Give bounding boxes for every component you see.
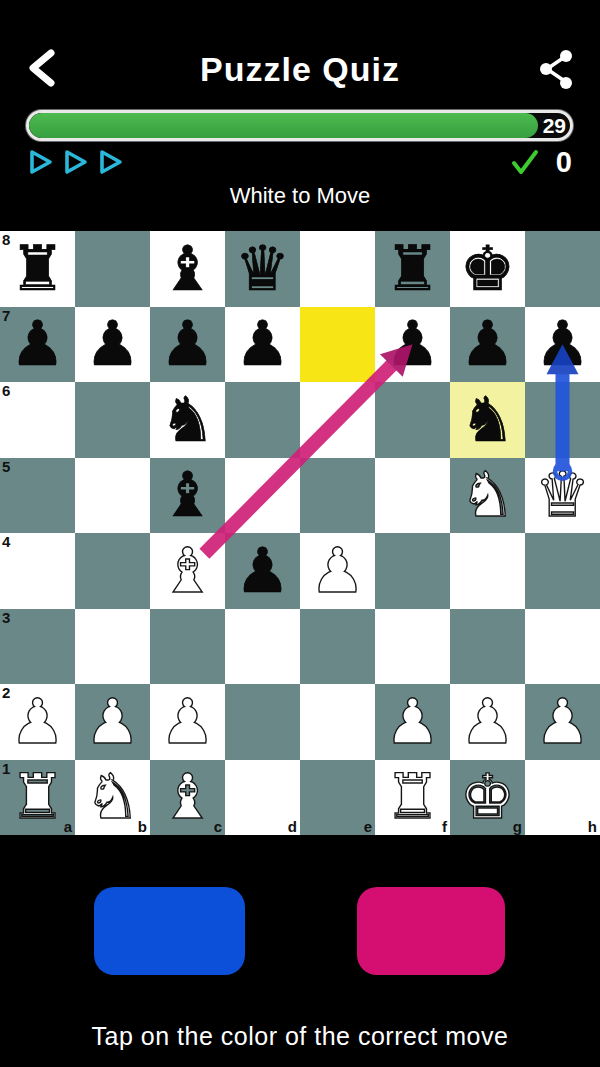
piece-bP-d7: ♟ bbox=[225, 307, 300, 383]
square-e8[interactable] bbox=[300, 231, 375, 307]
square-f3[interactable] bbox=[375, 609, 450, 685]
piece-bP-b7: ♟ bbox=[75, 307, 150, 383]
square-c6[interactable]: ♞ bbox=[150, 382, 225, 458]
piece-wP-b2: ♟ bbox=[75, 684, 150, 760]
square-h5[interactable]: ♛ bbox=[525, 458, 600, 534]
square-a8[interactable]: 8♜ bbox=[0, 231, 75, 307]
piece-wP-a2: ♟ bbox=[0, 684, 75, 760]
piece-wP-f2: ♟ bbox=[375, 684, 450, 760]
square-e2[interactable] bbox=[300, 684, 375, 760]
piece-bP-f7: ♟ bbox=[375, 307, 450, 383]
square-e3[interactable] bbox=[300, 609, 375, 685]
square-d1[interactable]: d bbox=[225, 760, 300, 836]
square-c4[interactable]: ♝ bbox=[150, 533, 225, 609]
piece-bB-c5: ♝ bbox=[150, 458, 225, 534]
piece-bN-g6: ♞ bbox=[450, 382, 525, 458]
square-a1[interactable]: 1a♜ bbox=[0, 760, 75, 836]
play-triangle-icon bbox=[28, 146, 54, 178]
square-b2[interactable]: ♟ bbox=[75, 684, 150, 760]
square-c5[interactable]: ♝ bbox=[150, 458, 225, 534]
piece-wN-b1: ♞ bbox=[75, 760, 150, 836]
square-g2[interactable]: ♟ bbox=[450, 684, 525, 760]
answer-button-blue[interactable] bbox=[94, 887, 245, 975]
file-label: b bbox=[138, 818, 147, 835]
square-b6[interactable] bbox=[75, 382, 150, 458]
square-g4[interactable] bbox=[450, 533, 525, 609]
solved-count: 0 bbox=[556, 146, 572, 178]
square-g3[interactable] bbox=[450, 609, 525, 685]
square-a7[interactable]: 7♟ bbox=[0, 307, 75, 383]
rank-label: 2 bbox=[2, 684, 10, 701]
answer-prompt: Tap on the color of the correct move bbox=[0, 1022, 600, 1051]
board-container: 8♜♝♛♜♚7♟♟♟♟♟♟♟6♞♞5♝♞♛4♝♟♟32♟♟♟♟♟♟1a♜b♞c♝… bbox=[0, 231, 600, 835]
square-d8[interactable]: ♛ bbox=[225, 231, 300, 307]
turn-indicator: White to Move bbox=[0, 183, 600, 209]
square-b8[interactable] bbox=[75, 231, 150, 307]
square-c3[interactable] bbox=[150, 609, 225, 685]
piece-wR-f1: ♜ bbox=[375, 760, 450, 836]
square-d4[interactable]: ♟ bbox=[225, 533, 300, 609]
progress-value: 29 bbox=[543, 113, 566, 138]
file-label: e bbox=[364, 818, 372, 835]
square-h3[interactable] bbox=[525, 609, 600, 685]
file-label: c bbox=[214, 818, 222, 835]
square-a3[interactable]: 3 bbox=[0, 609, 75, 685]
piece-wP-h2: ♟ bbox=[525, 684, 600, 760]
checkmark-icon bbox=[510, 146, 540, 178]
chess-board: 8♜♝♛♜♚7♟♟♟♟♟♟♟6♞♞5♝♞♛4♝♟♟32♟♟♟♟♟♟1a♜b♞c♝… bbox=[0, 231, 600, 835]
square-h4[interactable] bbox=[525, 533, 600, 609]
piece-bB-c8: ♝ bbox=[150, 231, 225, 307]
piece-wQ-h5: ♛ bbox=[525, 458, 600, 534]
square-f4[interactable] bbox=[375, 533, 450, 609]
rank-label: 4 bbox=[2, 533, 10, 550]
square-f5[interactable] bbox=[375, 458, 450, 534]
square-f1[interactable]: f♜ bbox=[375, 760, 450, 836]
progress-bar: 29 bbox=[26, 110, 573, 141]
piece-wP-e4: ♟ bbox=[300, 533, 375, 609]
rank-label: 3 bbox=[2, 609, 10, 626]
piece-wB-c4: ♝ bbox=[150, 533, 225, 609]
square-f6[interactable] bbox=[375, 382, 450, 458]
square-d5[interactable] bbox=[225, 458, 300, 534]
piece-bK-g8: ♚ bbox=[450, 231, 525, 307]
file-label: a bbox=[64, 818, 72, 835]
piece-wP-c2: ♟ bbox=[150, 684, 225, 760]
square-f2[interactable]: ♟ bbox=[375, 684, 450, 760]
file-label: g bbox=[513, 818, 522, 835]
square-d7[interactable]: ♟ bbox=[225, 307, 300, 383]
piece-wR-a1: ♜ bbox=[0, 760, 75, 836]
square-g7[interactable]: ♟ bbox=[450, 307, 525, 383]
piece-wB-c1: ♝ bbox=[150, 760, 225, 836]
square-a4[interactable]: 4 bbox=[0, 533, 75, 609]
file-label: h bbox=[588, 818, 597, 835]
piece-bP-a7: ♟ bbox=[0, 307, 75, 383]
file-label: f bbox=[442, 818, 447, 835]
square-g1[interactable]: g♚ bbox=[450, 760, 525, 836]
square-e1[interactable]: e bbox=[300, 760, 375, 836]
square-c8[interactable]: ♝ bbox=[150, 231, 225, 307]
square-e4[interactable]: ♟ bbox=[300, 533, 375, 609]
share-icon bbox=[537, 46, 575, 92]
square-b7[interactable]: ♟ bbox=[75, 307, 150, 383]
rank-label: 5 bbox=[2, 458, 10, 475]
square-c2[interactable]: ♟ bbox=[150, 684, 225, 760]
file-label: d bbox=[288, 818, 297, 835]
rank-label: 6 bbox=[2, 382, 10, 399]
piece-bP-h7: ♟ bbox=[525, 307, 600, 383]
square-a5[interactable]: 5 bbox=[0, 458, 75, 534]
rank-label: 7 bbox=[2, 307, 10, 324]
square-b5[interactable] bbox=[75, 458, 150, 534]
piece-bR-f8: ♜ bbox=[375, 231, 450, 307]
square-b3[interactable] bbox=[75, 609, 150, 685]
play-triangle-icon bbox=[63, 146, 89, 178]
square-h7[interactable]: ♟ bbox=[525, 307, 600, 383]
share-button[interactable] bbox=[537, 46, 575, 92]
progress-fill bbox=[29, 113, 538, 138]
square-h8[interactable] bbox=[525, 231, 600, 307]
play-triangle-icon bbox=[98, 146, 124, 178]
skip-counter bbox=[28, 146, 124, 178]
square-a2[interactable]: 2♟ bbox=[0, 684, 75, 760]
square-d6[interactable] bbox=[225, 382, 300, 458]
piece-bP-d4: ♟ bbox=[225, 533, 300, 609]
square-f8[interactable]: ♜ bbox=[375, 231, 450, 307]
piece-bP-c7: ♟ bbox=[150, 307, 225, 383]
square-e5[interactable] bbox=[300, 458, 375, 534]
square-e6[interactable] bbox=[300, 382, 375, 458]
piece-bN-c6: ♞ bbox=[150, 382, 225, 458]
square-h1[interactable]: h bbox=[525, 760, 600, 836]
answer-button-pink[interactable] bbox=[357, 887, 505, 975]
square-b4[interactable] bbox=[75, 533, 150, 609]
piece-wN-g5: ♞ bbox=[450, 458, 525, 534]
square-h6[interactable] bbox=[525, 382, 600, 458]
page-title: Puzzle Quiz bbox=[0, 50, 600, 89]
square-h2[interactable]: ♟ bbox=[525, 684, 600, 760]
square-b1[interactable]: b♞ bbox=[75, 760, 150, 836]
square-f7[interactable]: ♟ bbox=[375, 307, 450, 383]
piece-bP-g7: ♟ bbox=[450, 307, 525, 383]
square-c1[interactable]: c♝ bbox=[150, 760, 225, 836]
square-d2[interactable] bbox=[225, 684, 300, 760]
piece-wK-g1: ♚ bbox=[450, 760, 525, 836]
rank-label: 1 bbox=[2, 760, 10, 777]
square-a6[interactable]: 6 bbox=[0, 382, 75, 458]
square-e7[interactable] bbox=[300, 307, 375, 383]
solved-counter: 0 bbox=[510, 146, 572, 178]
piece-bQ-d8: ♛ bbox=[225, 231, 300, 307]
piece-bR-a8: ♜ bbox=[0, 231, 75, 307]
square-c7[interactable]: ♟ bbox=[150, 307, 225, 383]
square-g8[interactable]: ♚ bbox=[450, 231, 525, 307]
square-d3[interactable] bbox=[225, 609, 300, 685]
rank-label: 8 bbox=[2, 231, 10, 248]
square-g5[interactable]: ♞ bbox=[450, 458, 525, 534]
square-g6[interactable]: ♞ bbox=[450, 382, 525, 458]
piece-wP-g2: ♟ bbox=[450, 684, 525, 760]
